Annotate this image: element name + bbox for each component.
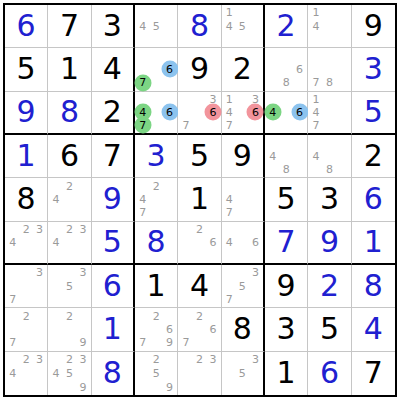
candidate-grid: 35 bbox=[223, 353, 262, 394]
candidate-grid: 37 bbox=[6, 266, 46, 306]
cell-r5c2[interactable]: 24 bbox=[48, 178, 91, 221]
cell-r7c5[interactable]: 4 bbox=[178, 265, 221, 308]
cell-r7c1[interactable]: 37 bbox=[5, 265, 48, 308]
candidate-7[interactable]: 7 bbox=[223, 293, 236, 306]
solved-digit: 3 bbox=[147, 141, 166, 171]
candidate-1[interactable]: 1 bbox=[223, 93, 236, 106]
candidate-8[interactable]: 8 bbox=[279, 76, 292, 89]
candidate-4[interactable]: 4 bbox=[6, 366, 19, 380]
candidate-2[interactable]: 2 bbox=[63, 353, 76, 367]
candidate-3[interactable]: 3 bbox=[76, 353, 89, 367]
candidate-3[interactable]: 3 bbox=[76, 223, 89, 236]
candidate-4[interactable]: 4 bbox=[309, 19, 322, 32]
candidate-grid: 78 bbox=[309, 49, 349, 89]
candidate-1[interactable]: 1 bbox=[309, 6, 322, 19]
given-digit: 4 bbox=[190, 271, 209, 301]
candidate-2[interactable]: 2 bbox=[19, 223, 32, 236]
candidate-4[interactable]: 4 bbox=[223, 193, 236, 206]
cell-r8c8[interactable]: 5 bbox=[308, 308, 351, 351]
given-digit: 7 bbox=[60, 11, 79, 41]
candidate-grid: 29 bbox=[49, 309, 89, 349]
candidate-4[interactable]: 4 bbox=[136, 193, 149, 206]
cell-r9c2[interactable]: 23459 bbox=[48, 352, 91, 395]
candidate-8[interactable]: 8 bbox=[323, 76, 336, 89]
solved-digit: 8 bbox=[60, 97, 79, 127]
candidate-2[interactable]: 2 bbox=[63, 223, 76, 236]
candidate-2[interactable]: 2 bbox=[19, 353, 32, 367]
candidate-grid: 247 bbox=[136, 179, 176, 219]
cell-r8c9[interactable]: 4 bbox=[352, 308, 395, 351]
candidate-5[interactable]: 5 bbox=[236, 19, 249, 32]
candidate-9[interactable]: 9 bbox=[76, 380, 89, 394]
given-digit: 7 bbox=[103, 141, 122, 171]
solved-digit: 6 bbox=[320, 358, 339, 388]
candidate-7[interactable]: 7 bbox=[6, 293, 19, 306]
candidate-grid: 13467 bbox=[223, 93, 262, 132]
candidate-5[interactable]: 5 bbox=[236, 279, 249, 292]
cell-r1c6[interactable]: 145 bbox=[222, 5, 265, 48]
cell-r2c1[interactable]: 5 bbox=[5, 48, 48, 91]
cell-r5c3[interactable]: 9 bbox=[92, 178, 135, 221]
given-digit: 8 bbox=[233, 314, 252, 344]
candidate-4[interactable]: 4 bbox=[223, 106, 236, 119]
candidate-grid: 267 bbox=[179, 309, 219, 349]
candidate-4[interactable]: 4 bbox=[49, 193, 62, 206]
cell-r1c9[interactable]: 9 bbox=[352, 5, 395, 48]
candidate-grid: 27 bbox=[6, 309, 46, 349]
solved-digit: 8 bbox=[190, 11, 209, 41]
cell-r5c6[interactable]: 47 bbox=[222, 178, 265, 221]
given-digit: 9 bbox=[190, 54, 209, 84]
candidate-2[interactable]: 2 bbox=[193, 353, 206, 367]
given-digit: 8 bbox=[17, 184, 36, 214]
cell-r4c5[interactable]: 5 bbox=[178, 135, 221, 178]
cell-r9c6[interactable]: 35 bbox=[222, 352, 265, 395]
candidate-5[interactable]: 5 bbox=[63, 366, 76, 380]
cell-r7c3[interactable]: 6 bbox=[92, 265, 135, 308]
candidate-9[interactable]: 9 bbox=[163, 380, 176, 394]
candidate-6-red-highlight[interactable]: 6 bbox=[206, 106, 219, 119]
candidate-grid: 48 bbox=[266, 136, 306, 176]
given-digit: 6 bbox=[60, 141, 79, 171]
candidate-6[interactable]: 6 bbox=[293, 63, 306, 76]
cell-r2c2[interactable]: 1 bbox=[48, 48, 91, 91]
cell-r6c3[interactable]: 5 bbox=[92, 222, 135, 265]
candidate-8[interactable]: 8 bbox=[323, 163, 336, 176]
candidate-7[interactable]: 7 bbox=[223, 206, 236, 219]
candidate-4[interactable]: 4 bbox=[266, 149, 279, 162]
solved-digit: 3 bbox=[364, 54, 383, 84]
candidate-grid: 367 bbox=[179, 93, 219, 132]
candidate-1[interactable]: 1 bbox=[223, 6, 236, 19]
given-digit: 1 bbox=[60, 54, 79, 84]
given-digit: 3 bbox=[103, 11, 122, 41]
cell-r6c7[interactable]: 7 bbox=[265, 222, 308, 265]
candidate-grid: 234 bbox=[6, 353, 46, 394]
cell-r3c6[interactable]: 13467 bbox=[222, 92, 265, 135]
cell-r8c3[interactable]: 1 bbox=[92, 308, 135, 351]
cell-r3c5[interactable]: 367 bbox=[178, 92, 221, 135]
cell-r8c5[interactable]: 267 bbox=[178, 308, 221, 351]
cell-r5c4[interactable]: 247 bbox=[135, 178, 178, 221]
candidate-4[interactable]: 4 bbox=[49, 236, 62, 249]
solved-digit: 7 bbox=[277, 227, 296, 257]
cell-r5c7[interactable]: 5 bbox=[265, 178, 308, 221]
cell-r9c4[interactable]: 259 bbox=[135, 352, 178, 395]
candidate-grid: 234 bbox=[6, 223, 46, 262]
candidate-grid: 46 bbox=[266, 93, 306, 132]
candidate-3[interactable]: 3 bbox=[33, 266, 46, 279]
candidate-3[interactable]: 3 bbox=[76, 266, 89, 279]
solved-digit: 1 bbox=[364, 227, 383, 257]
candidate-4[interactable]: 4 bbox=[6, 236, 19, 249]
given-digit: 1 bbox=[190, 184, 209, 214]
candidate-7[interactable]: 7 bbox=[6, 336, 19, 349]
given-digit: 9 bbox=[233, 141, 252, 171]
candidate-grid: 23 bbox=[179, 353, 219, 394]
candidate-2[interactable]: 2 bbox=[193, 309, 206, 322]
cell-r7c8[interactable]: 2 bbox=[308, 265, 351, 308]
candidate-3[interactable]: 3 bbox=[249, 266, 262, 279]
cell-r8c6[interactable]: 8 bbox=[222, 308, 265, 351]
candidate-grid: 2679 bbox=[136, 309, 176, 349]
candidate-3[interactable]: 3 bbox=[33, 223, 46, 236]
candidate-4-green-highlight[interactable]: 4 bbox=[266, 106, 279, 119]
candidate-6-red-highlight[interactable]: 6 bbox=[249, 106, 262, 119]
sudoku-board: 6734581452149514679268783982467367134674… bbox=[3, 3, 397, 397]
candidate-6-blue-highlight[interactable]: 6 bbox=[293, 106, 306, 119]
candidate-4[interactable]: 4 bbox=[136, 19, 149, 32]
candidate-2[interactable]: 2 bbox=[149, 179, 162, 192]
cell-r9c9[interactable]: 7 bbox=[352, 352, 395, 395]
cell-r7c2[interactable]: 35 bbox=[48, 265, 91, 308]
cell-r7c7[interactable]: 9 bbox=[265, 265, 308, 308]
cell-r9c1[interactable]: 234 bbox=[5, 352, 48, 395]
solved-digit: 1 bbox=[17, 141, 36, 171]
solved-digit: 2 bbox=[320, 271, 339, 301]
candidate-grid: 145 bbox=[223, 6, 262, 46]
cell-r4c8[interactable]: 48 bbox=[308, 135, 351, 178]
solved-digit: 1 bbox=[103, 314, 122, 344]
given-digit: 5 bbox=[17, 54, 36, 84]
candidate-4[interactable]: 4 bbox=[309, 149, 322, 162]
candidate-1[interactable]: 1 bbox=[309, 93, 322, 106]
cell-r2c4[interactable]: 67 bbox=[135, 48, 178, 91]
solved-digit: 6 bbox=[17, 11, 36, 41]
candidate-3[interactable]: 3 bbox=[249, 353, 262, 367]
cell-r6c5[interactable]: 26 bbox=[178, 222, 221, 265]
candidate-7[interactable]: 7 bbox=[136, 336, 149, 349]
cell-r7c4[interactable]: 1 bbox=[135, 265, 178, 308]
cell-r9c8[interactable]: 6 bbox=[308, 352, 351, 395]
candidate-2[interactable]: 2 bbox=[63, 309, 76, 322]
cell-r5c1[interactable]: 8 bbox=[5, 178, 48, 221]
candidate-7-green-highlight[interactable]: 7 bbox=[136, 119, 149, 132]
cell-r6c1[interactable]: 234 bbox=[5, 222, 48, 265]
cell-r9c7[interactable]: 1 bbox=[265, 352, 308, 395]
solved-digit: 5 bbox=[103, 227, 122, 257]
given-digit: 9 bbox=[364, 11, 383, 41]
cell-r3c8[interactable]: 147 bbox=[308, 92, 351, 135]
candidate-7[interactable]: 7 bbox=[223, 119, 236, 132]
candidate-5[interactable]: 5 bbox=[149, 366, 162, 380]
candidate-6-blue-highlight[interactable]: 6 bbox=[163, 106, 176, 119]
candidate-4[interactable]: 4 bbox=[223, 236, 236, 249]
candidate-grid: 46 bbox=[223, 223, 262, 262]
candidate-7[interactable]: 7 bbox=[136, 206, 149, 219]
candidate-grid: 357 bbox=[223, 266, 262, 306]
solved-digit: 2 bbox=[277, 11, 296, 41]
cell-r4c2[interactable]: 6 bbox=[48, 135, 91, 178]
given-digit: 1 bbox=[277, 358, 296, 388]
candidate-7[interactable]: 7 bbox=[309, 76, 322, 89]
cell-r5c8[interactable]: 3 bbox=[308, 178, 351, 221]
cell-r1c8[interactable]: 14 bbox=[308, 5, 351, 48]
solved-digit: 9 bbox=[103, 184, 122, 214]
candidate-2[interactable]: 2 bbox=[63, 179, 76, 192]
cell-r1c4[interactable]: 45 bbox=[135, 5, 178, 48]
cell-r6c6[interactable]: 46 bbox=[222, 222, 265, 265]
candidate-6[interactable]: 6 bbox=[206, 323, 219, 336]
candidate-9[interactable]: 9 bbox=[76, 336, 89, 349]
solved-digit: 9 bbox=[17, 97, 36, 127]
candidate-7[interactable]: 7 bbox=[309, 119, 322, 132]
candidate-grid: 259 bbox=[136, 353, 176, 394]
cell-r1c2[interactable]: 7 bbox=[48, 5, 91, 48]
candidate-4[interactable]: 4 bbox=[309, 106, 322, 119]
solved-digit: 6 bbox=[103, 271, 122, 301]
candidate-grid: 147 bbox=[309, 93, 349, 132]
given-digit: 1 bbox=[147, 271, 166, 301]
cell-r4c1[interactable]: 1 bbox=[5, 135, 48, 178]
given-digit: 3 bbox=[320, 184, 339, 214]
cell-r5c5[interactable]: 1 bbox=[178, 178, 221, 221]
cell-r9c3[interactable]: 8 bbox=[92, 352, 135, 395]
given-digit: 5 bbox=[320, 314, 339, 344]
candidate-grid: 24 bbox=[49, 179, 89, 219]
solved-digit: 8 bbox=[147, 227, 166, 257]
candidate-grid: 14 bbox=[309, 6, 349, 46]
cell-r6c4[interactable]: 8 bbox=[135, 222, 178, 265]
given-digit: 5 bbox=[190, 141, 209, 171]
cell-r1c1[interactable]: 6 bbox=[5, 5, 48, 48]
cell-r8c4[interactable]: 2679 bbox=[135, 308, 178, 351]
cell-r4c4[interactable]: 3 bbox=[135, 135, 178, 178]
candidate-8[interactable]: 8 bbox=[279, 163, 292, 176]
candidate-grid: 67 bbox=[136, 49, 176, 89]
candidate-grid: 68 bbox=[266, 49, 306, 89]
candidate-7-green-highlight[interactable]: 7 bbox=[136, 76, 149, 89]
cell-r2c6[interactable]: 2 bbox=[222, 48, 265, 91]
candidate-grid: 47 bbox=[223, 179, 262, 219]
candidate-grid: 48 bbox=[309, 136, 349, 176]
given-digit: 4 bbox=[103, 54, 122, 84]
given-digit: 9 bbox=[277, 271, 296, 301]
candidate-7[interactable]: 7 bbox=[179, 119, 192, 132]
given-digit: 3 bbox=[277, 314, 296, 344]
solved-digit: 8 bbox=[364, 271, 383, 301]
cell-r2c3[interactable]: 4 bbox=[92, 48, 135, 91]
candidate-grid: 467 bbox=[136, 93, 176, 132]
solved-digit: 4 bbox=[364, 314, 383, 344]
candidate-2[interactable]: 2 bbox=[193, 223, 206, 236]
given-digit: 5 bbox=[277, 184, 296, 214]
cell-r6c9[interactable]: 1 bbox=[352, 222, 395, 265]
cell-r7c6[interactable]: 357 bbox=[222, 265, 265, 308]
given-digit: 7 bbox=[364, 358, 383, 388]
candidate-4[interactable]: 4 bbox=[223, 19, 236, 32]
cell-r8c2[interactable]: 29 bbox=[48, 308, 91, 351]
cell-r8c7[interactable]: 3 bbox=[265, 308, 308, 351]
cell-r8c1[interactable]: 27 bbox=[5, 308, 48, 351]
cell-r4c7[interactable]: 48 bbox=[265, 135, 308, 178]
candidate-grid: 234 bbox=[49, 223, 89, 262]
solved-digit: 6 bbox=[364, 184, 383, 214]
cell-r1c3[interactable]: 3 bbox=[92, 5, 135, 48]
candidate-grid: 26 bbox=[179, 223, 219, 262]
candidate-3[interactable]: 3 bbox=[33, 353, 46, 367]
candidate-5[interactable]: 5 bbox=[63, 279, 76, 292]
cell-r2c9[interactable]: 3 bbox=[352, 48, 395, 91]
candidate-grid: 23459 bbox=[49, 353, 89, 394]
cell-r3c7[interactable]: 46 bbox=[265, 92, 308, 135]
candidate-5[interactable]: 5 bbox=[236, 366, 249, 380]
candidate-2[interactable]: 2 bbox=[149, 309, 162, 322]
candidate-6-blue-highlight[interactable]: 6 bbox=[163, 63, 176, 76]
candidate-4[interactable]: 4 bbox=[49, 366, 62, 380]
candidate-grid: 35 bbox=[49, 266, 89, 306]
cell-r6c8[interactable]: 9 bbox=[308, 222, 351, 265]
cell-r4c6[interactable]: 9 bbox=[222, 135, 265, 178]
cell-r1c7[interactable]: 2 bbox=[265, 5, 308, 48]
given-digit: 2 bbox=[364, 141, 383, 171]
cell-r4c9[interactable]: 2 bbox=[352, 135, 395, 178]
given-digit: 2 bbox=[103, 97, 122, 127]
candidate-6[interactable]: 6 bbox=[249, 236, 262, 249]
cell-r3c4[interactable]: 467 bbox=[135, 92, 178, 135]
cell-r3c9[interactable]: 5 bbox=[352, 92, 395, 135]
candidate-5[interactable]: 5 bbox=[149, 19, 162, 32]
candidate-3[interactable]: 3 bbox=[206, 353, 219, 367]
cell-r2c7[interactable]: 68 bbox=[265, 48, 308, 91]
given-digit: 2 bbox=[233, 54, 252, 84]
cell-r3c2[interactable]: 8 bbox=[48, 92, 91, 135]
solved-digit: 5 bbox=[364, 97, 383, 127]
candidate-2[interactable]: 2 bbox=[149, 353, 162, 367]
cell-r9c5[interactable]: 23 bbox=[178, 352, 221, 395]
cell-r7c9[interactable]: 8 bbox=[352, 265, 395, 308]
cell-r2c5[interactable]: 9 bbox=[178, 48, 221, 91]
candidate-6[interactable]: 6 bbox=[206, 236, 219, 249]
cell-r1c5[interactable]: 8 bbox=[178, 5, 221, 48]
cell-r6c2[interactable]: 234 bbox=[48, 222, 91, 265]
cell-r3c3[interactable]: 2 bbox=[92, 92, 135, 135]
cell-r4c3[interactable]: 7 bbox=[92, 135, 135, 178]
solved-digit: 8 bbox=[103, 358, 122, 388]
candidate-7[interactable]: 7 bbox=[179, 336, 192, 349]
candidate-6[interactable]: 6 bbox=[163, 323, 176, 336]
candidate-grid: 45 bbox=[136, 6, 176, 46]
solved-digit: 9 bbox=[320, 227, 339, 257]
candidate-9[interactable]: 9 bbox=[163, 336, 176, 349]
candidate-2[interactable]: 2 bbox=[19, 309, 32, 322]
cell-r3c1[interactable]: 9 bbox=[5, 92, 48, 135]
cell-r2c8[interactable]: 78 bbox=[308, 48, 351, 91]
cell-r5c9[interactable]: 6 bbox=[352, 178, 395, 221]
